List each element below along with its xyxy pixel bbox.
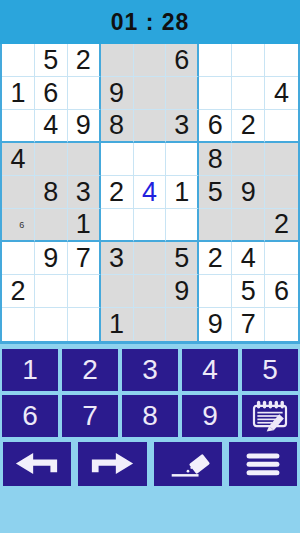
given-digit: 9 [43, 245, 58, 272]
cell-r5c3[interactable]: 3 [68, 176, 101, 209]
cell-r8c5[interactable] [134, 275, 167, 308]
given-digit: 9 [109, 80, 124, 107]
cell-r8c8[interactable]: 5 [232, 275, 265, 308]
cell-r6c8[interactable] [232, 209, 265, 242]
cell-r5c9[interactable] [265, 176, 298, 209]
cell-r5c2[interactable]: 8 [35, 176, 68, 209]
given-digit: 3 [76, 179, 91, 206]
cell-r2c1[interactable]: 1 [2, 77, 35, 110]
given-digit: 4 [241, 245, 256, 272]
given-digit: 4 [43, 112, 58, 139]
cell-r2c4[interactable]: 9 [101, 77, 134, 110]
cell-r7c1[interactable] [2, 242, 35, 275]
given-digit: 4 [274, 80, 289, 107]
cell-r2c8[interactable] [232, 77, 265, 110]
given-digit: 8 [208, 146, 223, 173]
cell-r3c2[interactable]: 4 [35, 110, 68, 143]
cell-r6c2[interactable] [35, 209, 68, 242]
cell-r5c8[interactable]: 9 [232, 176, 265, 209]
given-digit: 2 [109, 179, 124, 206]
number-pad-row-1: 12345 [0, 349, 300, 391]
cell-r6c5[interactable] [134, 209, 167, 242]
cell-r9c4[interactable]: 1 [101, 308, 134, 341]
cell-r2c7[interactable] [199, 77, 232, 110]
digit-6-button[interactable]: 6 [2, 395, 58, 437]
cell-r1c3[interactable]: 2 [68, 44, 101, 77]
cell-r7c9[interactable] [265, 242, 298, 275]
given-digit: 1 [10, 80, 25, 107]
given-digit: 7 [76, 245, 91, 272]
given-digit: 4 [10, 146, 25, 173]
cell-r1c2[interactable]: 5 [35, 44, 68, 77]
given-digit: 9 [174, 278, 189, 305]
given-digit: 2 [10, 278, 25, 305]
cell-r7c3[interactable]: 7 [68, 242, 101, 275]
sudoku-app: 01 : 28 52616944983624883241596129735242… [0, 0, 300, 533]
cell-r1c7[interactable] [199, 44, 232, 77]
cell-r3c1[interactable] [2, 110, 35, 143]
digit-9-button[interactable]: 9 [182, 395, 238, 437]
cell-r4c7[interactable]: 8 [199, 143, 232, 176]
cell-r1c1[interactable] [2, 44, 35, 77]
given-digit: 8 [109, 112, 124, 139]
given-digit: 1 [174, 179, 189, 206]
digit-7-button[interactable]: 7 [62, 395, 118, 437]
digit-2-button[interactable]: 2 [62, 349, 118, 391]
cell-r9c7[interactable]: 9 [199, 308, 232, 341]
given-digit: 5 [174, 245, 189, 272]
cell-r3c7[interactable]: 6 [199, 110, 232, 143]
digit-8-button[interactable]: 8 [122, 395, 178, 437]
given-digit: 9 [208, 311, 223, 338]
digit-3-button[interactable]: 3 [122, 349, 178, 391]
undo-button[interactable] [3, 442, 71, 486]
cell-r9c9[interactable] [265, 308, 298, 341]
timer-text: 01 : 28 [111, 9, 190, 36]
given-digit: 2 [76, 47, 91, 74]
toolbar [0, 442, 300, 486]
given-digit: 6 [274, 278, 289, 305]
given-digit: 8 [43, 179, 58, 206]
number-pad-row-2: 6789 [0, 395, 300, 437]
cell-r9c1[interactable] [2, 308, 35, 341]
cell-r5c6[interactable]: 1 [166, 176, 199, 209]
cell-r3c9[interactable] [265, 110, 298, 143]
cell-r2c6[interactable] [166, 77, 199, 110]
eraser-button[interactable] [154, 442, 222, 486]
cell-r2c9[interactable]: 4 [265, 77, 298, 110]
cell-r4c9[interactable] [265, 143, 298, 176]
cell-r9c2[interactable] [35, 308, 68, 341]
given-digit: 9 [241, 179, 256, 206]
given-digit: 2 [208, 245, 223, 272]
cell-r5c5[interactable]: 4 [134, 176, 167, 209]
cell-r3c5[interactable] [134, 110, 167, 143]
given-digit: 1 [76, 211, 91, 238]
sudoku-board: 52616944983624883241596129735242956197 [0, 44, 300, 344]
cell-r9c5[interactable] [134, 308, 167, 341]
cell-r8c1[interactable]: 2 [2, 275, 35, 308]
cell-r2c3[interactable] [68, 77, 101, 110]
cell-r8c9[interactable]: 6 [265, 275, 298, 308]
undo-arrow-icon [14, 451, 60, 478]
cell-r1c5[interactable] [134, 44, 167, 77]
pencil-note: 6 [19, 220, 24, 229]
cell-r8c3[interactable] [68, 275, 101, 308]
cell-r7c6[interactable]: 5 [166, 242, 199, 275]
cell-r8c2[interactable] [35, 275, 68, 308]
cell-r6c7[interactable] [199, 209, 232, 242]
cell-r3c6[interactable]: 3 [166, 110, 199, 143]
menu-button[interactable] [229, 442, 297, 486]
cell-r3c4[interactable]: 8 [101, 110, 134, 143]
cell-r3c3[interactable]: 9 [68, 110, 101, 143]
cell-r1c8[interactable] [232, 44, 265, 77]
cell-r6c9[interactable]: 2 [265, 209, 298, 242]
redo-arrow-icon [89, 451, 135, 478]
cell-r8c7[interactable] [199, 275, 232, 308]
cell-r6c3[interactable]: 1 [68, 209, 101, 242]
given-digit: 2 [274, 211, 289, 238]
given-digit: 9 [76, 112, 91, 139]
cell-r9c3[interactable] [68, 308, 101, 341]
cell-r7c4[interactable]: 3 [101, 242, 134, 275]
cell-r9c6[interactable] [166, 308, 199, 341]
cell-r4c8[interactable] [232, 143, 265, 176]
cell-r8c6[interactable]: 9 [166, 275, 199, 308]
cell-r4c4[interactable] [101, 143, 134, 176]
digit-1-button[interactable]: 1 [2, 349, 58, 391]
cell-r7c5[interactable] [134, 242, 167, 275]
cell-r5c1[interactable] [2, 176, 35, 209]
given-digit: 1 [109, 311, 124, 338]
given-digit: 5 [208, 179, 223, 206]
cell-r3c8[interactable]: 2 [232, 110, 265, 143]
menu-bars-icon [243, 450, 283, 479]
cell-r5c7[interactable]: 5 [199, 176, 232, 209]
given-digit: 5 [43, 47, 58, 74]
given-digit: 3 [174, 112, 189, 139]
cell-r6c6[interactable] [166, 209, 199, 242]
cell-r8c4[interactable] [101, 275, 134, 308]
timer-bar: 01 : 28 [0, 0, 300, 44]
cell-r5c4[interactable]: 2 [101, 176, 134, 209]
cell-r1c4[interactable] [101, 44, 134, 77]
cell-r6c4[interactable] [101, 209, 134, 242]
cell-r2c5[interactable] [134, 77, 167, 110]
given-digit: 7 [241, 311, 256, 338]
cell-r4c5[interactable] [134, 143, 167, 176]
cell-r4c2[interactable] [35, 143, 68, 176]
cell-r7c8[interactable]: 4 [232, 242, 265, 275]
cell-r7c2[interactable]: 9 [35, 242, 68, 275]
digit-5-button[interactable]: 5 [242, 349, 298, 391]
cell-r2c2[interactable]: 6 [35, 77, 68, 110]
notes-button[interactable] [242, 395, 298, 437]
given-digit: 6 [208, 112, 223, 139]
notepad-pencil-icon [251, 400, 289, 432]
digit-4-button[interactable]: 4 [182, 349, 238, 391]
cell-r7c7[interactable]: 2 [199, 242, 232, 275]
redo-button[interactable] [78, 442, 146, 486]
cell-r9c8[interactable]: 7 [232, 308, 265, 341]
cell-r4c6[interactable] [166, 143, 199, 176]
cell-r4c1[interactable]: 4 [2, 143, 35, 176]
user-digit: 4 [142, 179, 157, 206]
cell-r4c3[interactable] [68, 143, 101, 176]
cell-r1c9[interactable] [265, 44, 298, 77]
cell-r1c6[interactable]: 6 [166, 44, 199, 77]
given-digit: 6 [43, 80, 58, 107]
given-digit: 3 [109, 245, 124, 272]
eraser-icon [165, 450, 211, 479]
given-digit: 5 [241, 278, 256, 305]
given-digit: 2 [241, 112, 256, 139]
given-digit: 6 [174, 47, 189, 74]
cell-r6c1[interactable]: 6 [2, 209, 35, 242]
